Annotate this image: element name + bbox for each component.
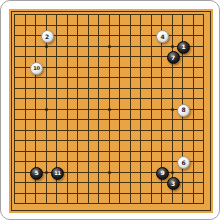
stone-white-6-r5: 6 <box>177 156 190 169</box>
move-number: 3 <box>171 180 175 186</box>
grid-line-horizontal-13 <box>14 151 204 152</box>
move-number: 6 <box>181 159 185 165</box>
stone-white-4-p17: 4 <box>156 30 169 43</box>
move-number: 5 <box>34 170 38 176</box>
stone-black-5-c4: 5 <box>30 167 43 180</box>
star-point <box>171 108 174 111</box>
grid-line-horizontal-18 <box>14 203 204 204</box>
grid-line-vertical-11 <box>130 14 131 204</box>
grid-line-vertical-13 <box>151 14 152 204</box>
move-number: 10 <box>33 65 39 70</box>
stone-black-7-q15: 7 <box>167 51 180 64</box>
grid-line-vertical-10 <box>119 14 120 204</box>
grid-line-horizontal-11 <box>14 130 204 131</box>
move-number: 4 <box>160 33 164 39</box>
grid-line-horizontal-14 <box>14 161 204 162</box>
move-number: 2 <box>45 33 49 39</box>
go-diagram-frame: 1234567891011 <box>0 0 220 220</box>
star-point <box>45 108 48 111</box>
star-point <box>171 171 174 174</box>
stone-black-9-p4: 9 <box>156 167 169 180</box>
grid-line-horizontal-12 <box>14 140 204 141</box>
stone-white-10-c14: 10 <box>30 62 43 75</box>
star-point <box>108 171 111 174</box>
go-board: 1234567891011 <box>9 9 213 213</box>
stone-black-11-e4: 11 <box>51 167 64 180</box>
star-point <box>45 45 48 48</box>
move-number: 8 <box>181 107 185 113</box>
grid-line-vertical-12 <box>140 14 141 204</box>
move-number: 1 <box>181 44 185 50</box>
star-point <box>108 45 111 48</box>
stone-black-3-q3: 3 <box>167 177 180 190</box>
move-number: 7 <box>171 54 175 60</box>
stone-black-1-r16: 1 <box>177 41 190 54</box>
grid-line-horizontal-17 <box>14 193 204 194</box>
stone-white-8-r10: 8 <box>177 104 190 117</box>
star-point <box>171 45 174 48</box>
move-number: 11 <box>54 170 60 175</box>
stone-white-2-d17: 2 <box>41 30 54 43</box>
grid-line-vertical-17 <box>193 14 194 204</box>
star-point <box>108 108 111 111</box>
move-number: 9 <box>160 170 164 176</box>
grid-line-horizontal-10 <box>14 119 204 120</box>
grid-line-vertical-18 <box>203 14 204 204</box>
star-point <box>45 171 48 174</box>
